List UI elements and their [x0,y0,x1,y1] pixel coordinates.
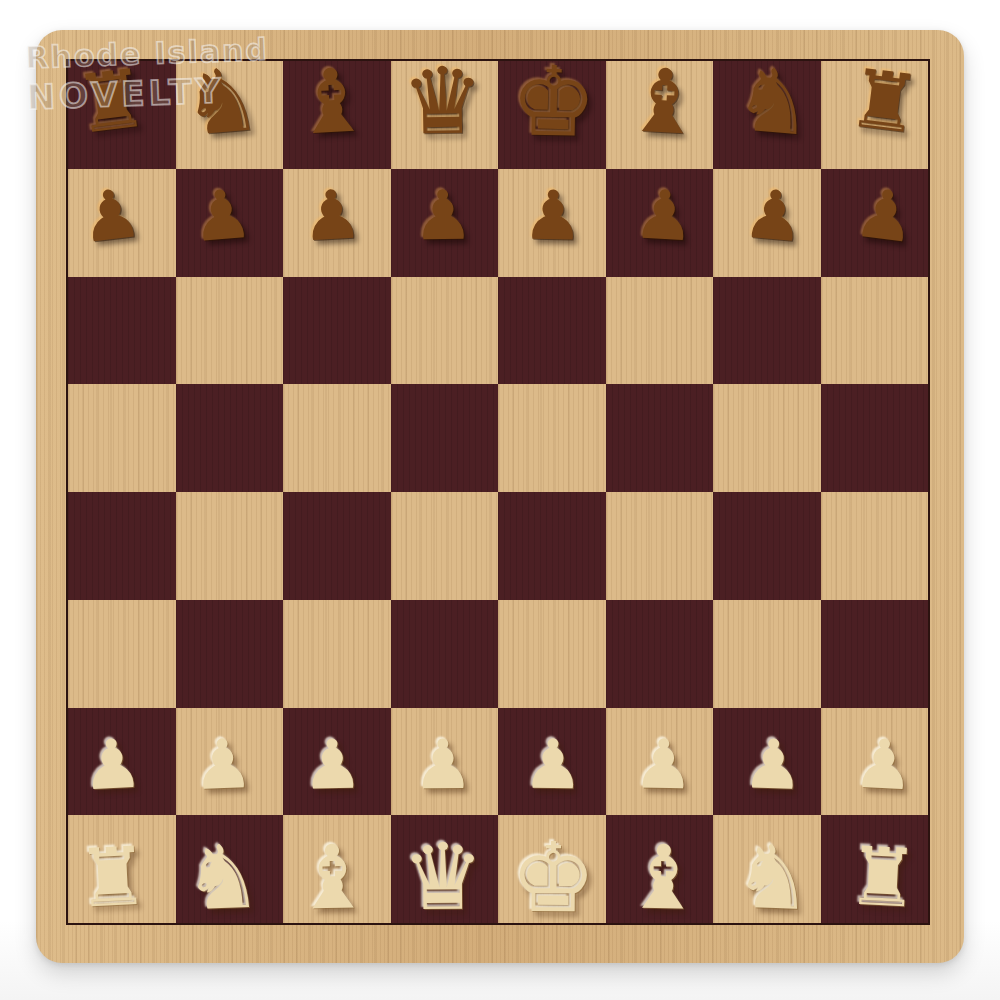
square-b3[interactable] [176,600,284,708]
square-d6[interactable] [391,277,499,385]
square-h4[interactable] [821,492,929,600]
square-h3[interactable] [821,600,929,708]
square-g4[interactable] [713,492,821,600]
square-a1[interactable]: ♜ [68,815,176,923]
white-pawn[interactable]: ♟ [632,731,694,800]
square-d1[interactable]: ♛ [391,815,499,923]
chess-board: ♜♞♝♛♚♝♞♜♟♟♟♟♟♟♟♟♟♟♟♟♟♟♟♟♜♞♝♛♚♝♞♜ [36,30,964,963]
square-b7[interactable]: ♟ [176,169,284,277]
square-b6[interactable] [176,277,284,385]
black-bishop[interactable]: ♝ [291,56,374,148]
square-c5[interactable] [283,384,391,492]
square-c7[interactable]: ♟ [283,169,391,277]
black-pawn[interactable]: ♟ [741,179,808,252]
square-d8[interactable]: ♛ [391,61,499,169]
square-b5[interactable] [176,384,284,492]
square-f5[interactable] [606,384,714,492]
square-h5[interactable] [821,384,929,492]
square-d5[interactable] [391,384,499,492]
black-pawn[interactable]: ♟ [632,180,696,251]
square-h1[interactable]: ♜ [821,815,929,923]
white-bishop[interactable]: ♝ [623,833,704,923]
white-rook[interactable]: ♜ [846,836,922,919]
black-knight[interactable]: ♞ [731,55,817,150]
black-pawn[interactable]: ♟ [412,181,474,250]
square-g3[interactable] [713,600,821,708]
square-g5[interactable] [713,384,821,492]
square-g7[interactable]: ♟ [713,169,821,277]
white-pawn[interactable]: ♟ [191,730,254,800]
square-e6[interactable] [498,277,606,385]
black-pawn[interactable]: ♟ [77,178,146,253]
square-b8[interactable]: ♞ [176,61,284,169]
white-pawn[interactable]: ♟ [302,731,364,800]
square-e8[interactable]: ♚ [498,61,606,169]
square-e2[interactable]: ♟ [498,708,606,816]
square-e5[interactable] [498,384,606,492]
square-h2[interactable]: ♟ [821,708,929,816]
square-a4[interactable] [68,492,176,600]
square-c8[interactable]: ♝ [283,61,391,169]
square-f1[interactable]: ♝ [606,815,714,923]
square-c6[interactable] [283,277,391,385]
square-d2[interactable]: ♟ [391,708,499,816]
square-a7[interactable]: ♟ [68,169,176,277]
square-a2[interactable]: ♟ [68,708,176,816]
black-king[interactable]: ♚ [509,53,597,150]
photo-background: ♜♞♝♛♚♝♞♜♟♟♟♟♟♟♟♟♟♟♟♟♟♟♟♟♜♞♝♛♚♝♞♜ Rhode I… [0,0,1000,1000]
square-e4[interactable] [498,492,606,600]
square-e1[interactable]: ♚ [498,815,606,923]
square-c2[interactable]: ♟ [283,708,391,816]
square-d3[interactable] [391,600,499,708]
white-pawn[interactable]: ♟ [522,731,583,799]
white-knight[interactable]: ♞ [732,833,814,924]
square-b4[interactable] [176,492,284,600]
square-c1[interactable]: ♝ [283,815,391,923]
square-e3[interactable] [498,600,606,708]
square-c4[interactable] [283,492,391,600]
white-pawn[interactable]: ♟ [851,730,915,801]
square-f7[interactable]: ♟ [606,169,714,277]
square-a6[interactable] [68,277,176,385]
square-g8[interactable]: ♞ [713,61,821,169]
square-a5[interactable] [68,384,176,492]
square-f3[interactable] [606,600,714,708]
square-c3[interactable] [283,600,391,708]
square-g6[interactable] [713,277,821,385]
black-bishop[interactable]: ♝ [622,56,705,148]
white-bishop[interactable]: ♝ [292,833,373,923]
white-queen[interactable]: ♛ [401,832,484,925]
square-h6[interactable] [821,277,929,385]
square-f2[interactable]: ♟ [606,708,714,816]
square-f4[interactable] [606,492,714,600]
black-pawn[interactable]: ♟ [850,178,919,253]
square-e7[interactable]: ♟ [498,169,606,277]
white-rook[interactable]: ♜ [75,836,151,919]
square-d7[interactable]: ♟ [391,169,499,277]
black-pawn[interactable]: ♟ [188,179,255,252]
square-g2[interactable]: ♟ [713,708,821,816]
black-queen[interactable]: ♛ [401,55,485,148]
white-pawn[interactable]: ♟ [742,730,805,800]
square-f8[interactable]: ♝ [606,61,714,169]
white-king[interactable]: ♚ [510,830,597,927]
square-b2[interactable]: ♟ [176,708,284,816]
black-rook[interactable]: ♜ [71,58,152,146]
black-pawn[interactable]: ♟ [522,181,584,250]
square-b1[interactable]: ♞ [176,815,284,923]
black-knight[interactable]: ♞ [179,55,265,150]
square-h8[interactable]: ♜ [821,61,929,169]
white-pawn[interactable]: ♟ [81,730,145,801]
square-a8[interactable]: ♜ [68,61,176,169]
black-rook[interactable]: ♜ [844,58,925,146]
board-grid: ♜♞♝♛♚♝♞♜♟♟♟♟♟♟♟♟♟♟♟♟♟♟♟♟♜♞♝♛♚♝♞♜ [66,59,930,925]
square-h7[interactable]: ♟ [821,169,929,277]
square-f6[interactable] [606,277,714,385]
white-knight[interactable]: ♞ [182,833,264,924]
black-pawn[interactable]: ♟ [300,180,364,251]
square-d4[interactable] [391,492,499,600]
square-a3[interactable] [68,600,176,708]
square-g1[interactable]: ♞ [713,815,821,923]
white-pawn[interactable]: ♟ [412,731,473,799]
